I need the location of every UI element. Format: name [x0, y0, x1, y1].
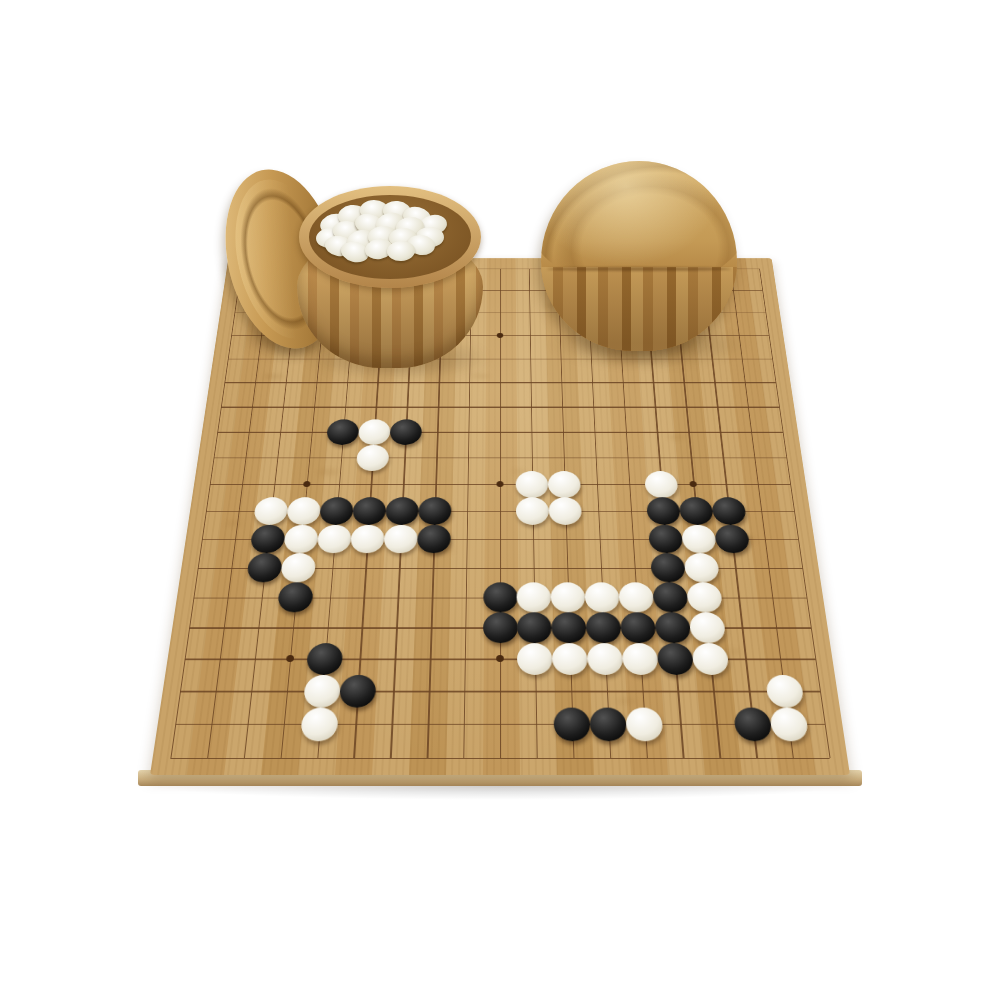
stone-white — [356, 445, 390, 471]
stone-white — [516, 498, 549, 526]
wood-grain-mark — [725, 649, 743, 655]
stone-black — [250, 525, 286, 553]
stone-black — [654, 612, 691, 643]
stone-white — [765, 675, 805, 708]
stone-white — [686, 582, 723, 612]
grid-line-horizontal — [175, 724, 825, 725]
stone-white — [622, 643, 659, 675]
stone-white — [618, 582, 654, 612]
wood-grain-mark — [667, 434, 686, 440]
wood-grain-mark — [615, 698, 637, 705]
stone-black — [418, 498, 452, 526]
stone-white — [516, 471, 549, 498]
wood-grain-mark — [471, 374, 489, 379]
stone-white — [253, 498, 289, 526]
stone-black — [656, 643, 694, 675]
stone-black — [711, 498, 747, 526]
stone-white — [681, 525, 717, 553]
stone-white — [517, 643, 553, 675]
stone-black — [589, 707, 627, 741]
stone-white — [317, 525, 352, 553]
stone-white — [549, 498, 583, 526]
stone-white — [768, 707, 808, 741]
stone-black — [554, 707, 591, 741]
stone-black — [319, 498, 354, 526]
stone-white — [383, 525, 418, 553]
stone-white — [303, 675, 341, 708]
stone-black — [646, 498, 681, 526]
stone-black — [678, 498, 713, 526]
stone-black — [277, 582, 314, 612]
stone-white — [689, 612, 727, 643]
stone-white — [548, 471, 581, 498]
stone-black — [352, 498, 387, 526]
stone-white — [584, 582, 620, 612]
stone-black — [389, 419, 422, 445]
stone-white — [283, 525, 319, 553]
stone-black — [339, 675, 377, 708]
grid-line-vertical — [500, 269, 501, 758]
stone-white — [358, 419, 391, 445]
stone-white — [587, 643, 624, 675]
stone-black — [586, 612, 622, 643]
black-stones-bowl-closed — [541, 161, 737, 351]
white-stone-in-bowl — [386, 241, 415, 262]
grid-line-horizontal — [180, 691, 820, 692]
stone-black — [551, 612, 587, 643]
grid-line-vertical — [170, 269, 241, 758]
board-shadow — [150, 786, 850, 800]
stone-black — [733, 707, 773, 741]
open-bowl-rim — [299, 186, 481, 288]
stone-black — [483, 582, 517, 612]
star-point — [286, 655, 294, 662]
white-stones-heap — [309, 195, 471, 279]
stone-black — [306, 643, 344, 675]
stone-black — [620, 612, 657, 643]
stone-white — [625, 707, 663, 741]
stone-black — [714, 525, 750, 553]
stone-black — [650, 553, 686, 582]
stone-white — [286, 498, 321, 526]
scene — [0, 0, 1000, 1000]
wood-grain-mark — [317, 469, 338, 475]
stone-black — [517, 612, 552, 643]
star-point — [303, 481, 311, 487]
stone-white — [517, 582, 552, 612]
star-point — [496, 481, 503, 487]
star-point — [690, 481, 698, 487]
stone-black — [483, 612, 518, 643]
stone-white — [644, 471, 678, 498]
stone-white — [300, 707, 339, 741]
stone-white — [350, 525, 385, 553]
stone-black — [652, 582, 689, 612]
stone-black — [326, 419, 360, 445]
wood-grain-mark — [225, 520, 242, 526]
stone-black — [648, 525, 683, 553]
grid-line-horizontal — [170, 758, 829, 759]
wood-grain-mark — [262, 374, 284, 380]
stone-white — [280, 553, 316, 582]
stone-white — [551, 582, 586, 612]
stone-white — [552, 643, 588, 675]
stone-white — [683, 553, 719, 582]
stone-black — [246, 553, 283, 582]
stone-white — [691, 643, 729, 675]
stone-black — [385, 498, 419, 526]
star-point — [497, 333, 503, 338]
star-point — [496, 655, 504, 662]
white-stones-bowl-open — [297, 186, 483, 368]
